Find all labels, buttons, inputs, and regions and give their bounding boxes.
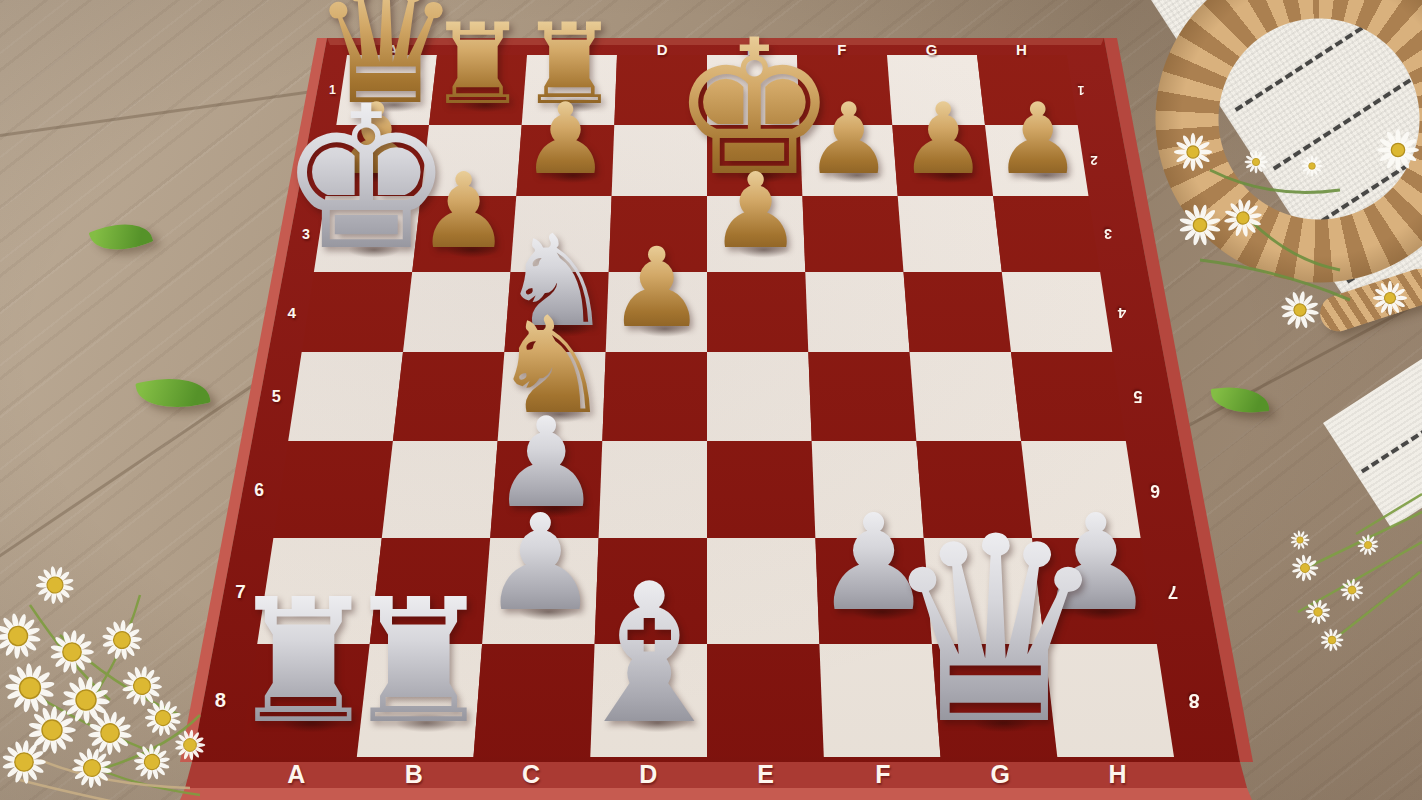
file-label-bottom-B: B <box>394 760 434 789</box>
rank-label-left-5: 5 <box>256 387 296 406</box>
file-label-bottom-E: E <box>746 760 786 789</box>
daisy-flower-icon <box>1277 287 1323 333</box>
piece-silver-rook-b1[interactable]: ♜ <box>342 576 495 747</box>
daisy-flower-icon <box>130 740 174 784</box>
scene: AABBCCDDEEFFGGHH1122334455667788♛♜♜♟♟♚♟♟… <box>0 0 1422 800</box>
daisy-flower-icon <box>174 729 206 761</box>
rank-label-right-8: 8 <box>1174 689 1214 712</box>
piece-gold-pawn-f7[interactable]: ♟ <box>805 90 893 188</box>
daisy-flower-icon <box>68 744 117 793</box>
daisy-flower-icon <box>1355 532 1380 557</box>
daisy-flower-icon <box>1 739 47 785</box>
daisy-flower-icon <box>0 608 46 664</box>
piece-gold-pawn-b6[interactable]: ♟ <box>417 160 510 264</box>
file-label-bottom-C: C <box>511 760 551 789</box>
daisy-flower-icon <box>49 629 95 675</box>
file-label-bottom-A: A <box>276 760 316 789</box>
daisy-flower-icon <box>1372 280 1408 316</box>
piece-silver-bishop-d1[interactable]: ♝ <box>563 558 736 751</box>
piece-gold-pawn-c7[interactable]: ♟ <box>521 90 609 188</box>
daisy-flower-icon <box>1301 155 1323 177</box>
daisy-flower-icon <box>1220 195 1266 241</box>
daisy-flower-icon <box>1290 530 1310 550</box>
stitch-line <box>1361 395 1422 474</box>
rank-label-left-6: 6 <box>239 480 279 501</box>
rank-label-right-3: 3 <box>1088 226 1128 242</box>
rank-label-right-7: 7 <box>1153 581 1193 603</box>
rank-label-left-4: 4 <box>272 304 312 322</box>
file-label-top-G: G <box>912 41 952 58</box>
piece-gold-pawn-e6[interactable]: ♟ <box>709 160 802 264</box>
piece-silver-queen-g1[interactable]: ♛ <box>880 504 1110 761</box>
daisy-flower-icon <box>1173 132 1213 172</box>
piece-gold-pawn-g7[interactable]: ♟ <box>899 90 987 188</box>
piece-gold-pawn-d5[interactable]: ♟ <box>608 233 707 343</box>
daisy-flower-icon <box>1320 628 1344 652</box>
rank-label-right-5: 5 <box>1118 387 1158 406</box>
piece-gold-pawn-h7[interactable]: ♟ <box>994 90 1082 188</box>
daisy-flower-icon <box>1376 128 1420 172</box>
rank-label-right-4: 4 <box>1102 304 1142 322</box>
daisy-flower-icon <box>1291 554 1319 582</box>
daisy-flower-icon <box>1244 150 1268 174</box>
file-label-top-H: H <box>1001 41 1041 58</box>
